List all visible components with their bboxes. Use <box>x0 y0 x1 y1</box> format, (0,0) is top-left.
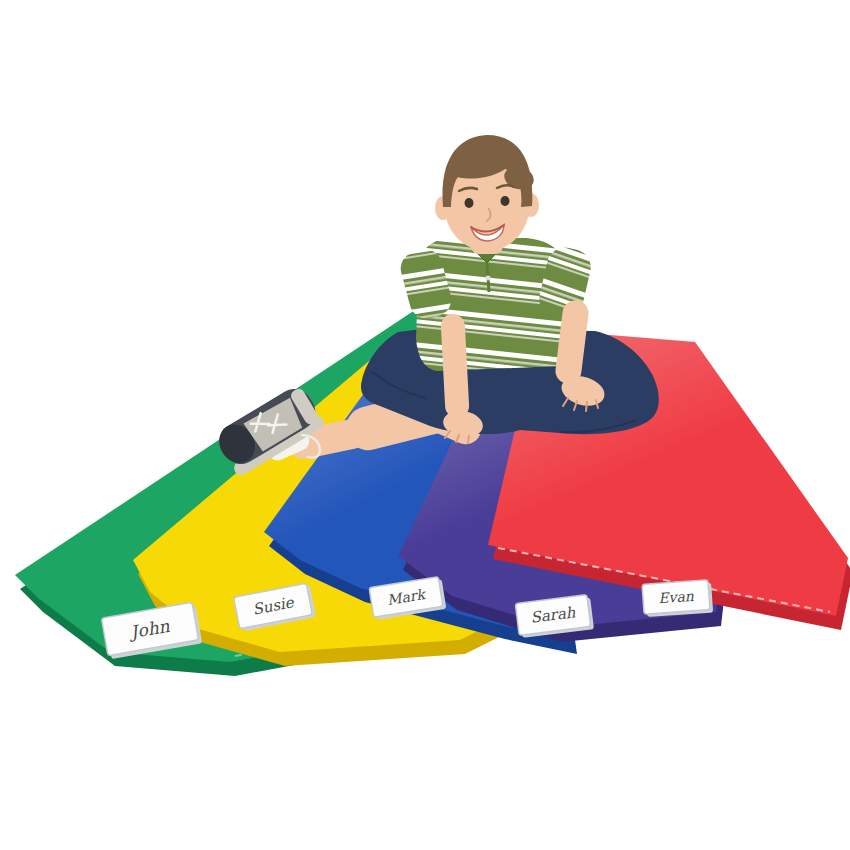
photo-stage: John Susie Mark Sarah Evan <box>0 0 850 850</box>
child-right-eye <box>501 196 510 206</box>
child-left-eye <box>465 198 474 208</box>
scene-illustration: John Susie Mark Sarah Evan <box>0 0 850 850</box>
name-tag-evan: Evan <box>642 580 713 618</box>
shirt-button <box>486 276 491 281</box>
tag-name-text: Evan <box>658 588 696 607</box>
